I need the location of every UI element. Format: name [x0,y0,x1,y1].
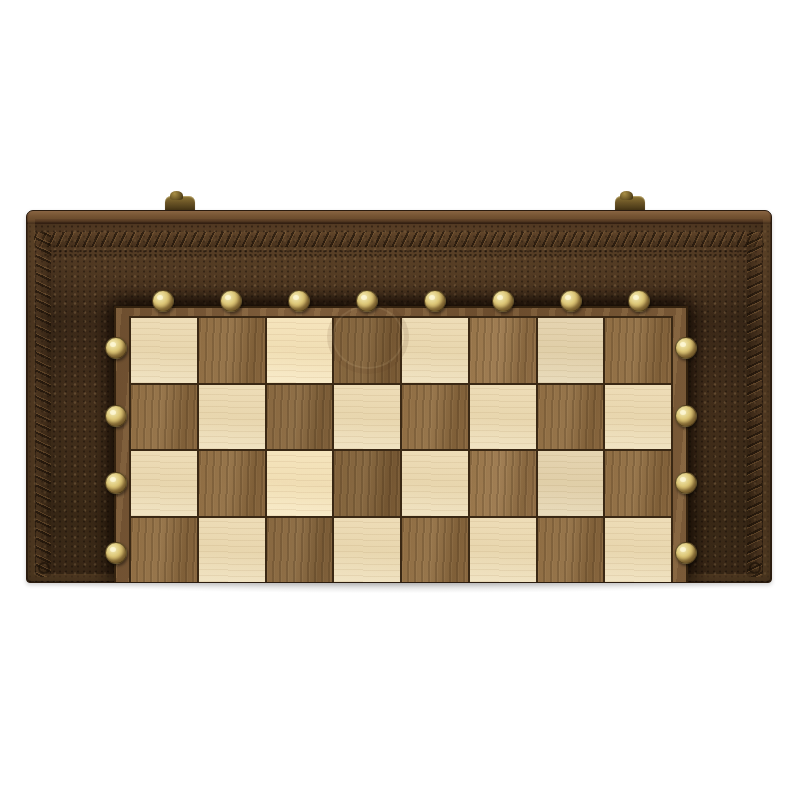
brass-stud-icon [105,405,127,427]
square-g7 [538,385,604,450]
drop-shadow [36,583,762,593]
square-f7 [470,385,536,450]
square-h5 [605,518,671,583]
brass-stud-icon [288,290,310,312]
square-a6 [131,451,197,516]
brass-stud-icon [675,337,697,359]
product-photo [0,0,800,800]
square-f6 [470,451,536,516]
square-f8 [470,318,536,383]
square-e5 [402,518,468,583]
brass-stud-icon [152,290,174,312]
brass-stud-icon [492,290,514,312]
playing-panel [114,306,688,582]
square-b5 [199,518,265,583]
square-b8 [199,318,265,383]
brass-stud-icon [105,337,127,359]
square-a5 [131,518,197,583]
square-h7 [605,385,671,450]
brass-stud-icon [675,472,697,494]
brass-stud-icon [424,290,446,312]
square-b7 [199,385,265,450]
brass-stud-icon [675,405,697,427]
case-lid [26,210,772,583]
brass-stud-icon [675,542,697,564]
square-g8 [538,318,604,383]
square-a7 [131,385,197,450]
brass-stud-icon [628,290,650,312]
square-g6 [538,451,604,516]
square-b6 [199,451,265,516]
square-c6 [267,451,333,516]
square-a8 [131,318,197,383]
square-g5 [538,518,604,583]
case-back-edge [27,211,771,224]
chess-case [26,195,772,593]
chevron-carving-top [34,232,764,247]
square-e7 [402,385,468,450]
brass-stud-icon [220,290,242,312]
square-c5 [267,518,333,583]
square-h6 [605,451,671,516]
hinge-knuckle-icon [620,191,633,200]
brass-stud-icon [356,290,378,312]
stipple-row [43,249,755,257]
hinge-knuckle-icon [170,191,183,200]
chevron-carving-left [36,232,51,577]
brass-stud-icon [105,542,127,564]
square-h8 [605,318,671,383]
brass-stud-icon [105,472,127,494]
square-d6 [334,451,400,516]
square-f5 [470,518,536,583]
square-c7 [267,385,333,450]
square-d5 [334,518,400,583]
chevron-carving-right [747,232,762,577]
square-d7 [334,385,400,450]
square-c8 [267,318,333,383]
square-e8 [402,318,468,383]
square-e6 [402,451,468,516]
brass-stud-icon [560,290,582,312]
